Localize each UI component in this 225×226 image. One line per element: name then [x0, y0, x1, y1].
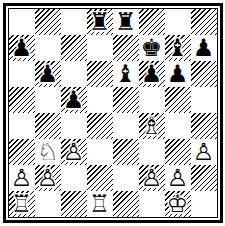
square-b5[interactable]: [35, 87, 61, 113]
black-pawn-icon: ♟: [35, 61, 61, 87]
square-d7[interactable]: [87, 35, 113, 61]
square-e4[interactable]: [113, 113, 139, 139]
square-d2[interactable]: [87, 165, 113, 191]
square-b1[interactable]: [35, 191, 61, 217]
piece-black-king-f7[interactable]: ♚♚: [139, 35, 165, 61]
square-b4[interactable]: [35, 113, 61, 139]
white-pawn-icon: ♙: [61, 139, 87, 165]
square-g7[interactable]: ♝♝: [165, 35, 191, 61]
black-pawn-icon: ♟: [139, 61, 165, 87]
square-c8[interactable]: [61, 9, 87, 35]
square-f5[interactable]: [139, 87, 165, 113]
piece-white-rook-a1[interactable]: ♜♖: [9, 191, 35, 217]
square-h3[interactable]: ♟♙: [191, 139, 217, 165]
square-g8[interactable]: [165, 9, 191, 35]
black-bishop-icon: ♝: [113, 61, 139, 87]
square-h7[interactable]: ♟♟: [191, 35, 217, 61]
white-pawn-icon: ♙: [139, 165, 165, 191]
piece-black-pawn-f6[interactable]: ♟♟: [139, 61, 165, 87]
square-e6[interactable]: ♝♝: [113, 61, 139, 87]
square-a8[interactable]: [9, 9, 35, 35]
square-d8[interactable]: ♜♜: [87, 9, 113, 35]
white-bishop-icon: ♗: [139, 113, 165, 139]
square-d6[interactable]: [87, 61, 113, 87]
piece-white-knight-b3[interactable]: ♞♘: [35, 139, 61, 165]
square-g1[interactable]: ♚♔: [165, 191, 191, 217]
square-b6[interactable]: ♟♟: [35, 61, 61, 87]
black-rook-icon: ♜: [113, 9, 139, 35]
square-h4[interactable]: [191, 113, 217, 139]
square-a6[interactable]: [9, 61, 35, 87]
black-pawn-icon: ♟: [61, 87, 87, 113]
piece-black-rook-d8[interactable]: ♜♜: [87, 9, 113, 35]
white-knight-icon: ♘: [35, 139, 61, 165]
square-h8[interactable]: [191, 9, 217, 35]
black-bishop-icon: ♝: [165, 35, 191, 61]
square-f2[interactable]: ♟♙: [139, 165, 165, 191]
square-a5[interactable]: [9, 87, 35, 113]
piece-black-bishop-e6[interactable]: ♝♝: [113, 61, 139, 87]
square-e3[interactable]: [113, 139, 139, 165]
square-b2[interactable]: ♟♙: [35, 165, 61, 191]
square-c1[interactable]: [61, 191, 87, 217]
piece-white-pawn-f2[interactable]: ♟♙: [139, 165, 165, 191]
board-frame-outer: ♜♜♜♜♟♟♚♚♝♝♟♟♟♟♝♝♟♟♟♟♟♟♝♗♞♘♟♙♟♙♟♙♟♙♟♙♟♙♜♖…: [3, 3, 223, 223]
square-f1[interactable]: [139, 191, 165, 217]
square-a2[interactable]: ♟♙: [9, 165, 35, 191]
black-pawn-icon: ♟: [165, 61, 191, 87]
square-h6[interactable]: [191, 61, 217, 87]
square-b7[interactable]: [35, 35, 61, 61]
square-a4[interactable]: [9, 113, 35, 139]
square-c7[interactable]: [61, 35, 87, 61]
piece-black-pawn-a7[interactable]: ♟♟: [9, 35, 35, 61]
white-rook-icon: ♖: [9, 191, 35, 217]
piece-black-bishop-g7[interactable]: ♝♝: [165, 35, 191, 61]
chess-board: ♜♜♜♜♟♟♚♚♝♝♟♟♟♟♝♝♟♟♟♟♟♟♝♗♞♘♟♙♟♙♟♙♟♙♟♙♟♙♜♖…: [9, 9, 217, 217]
square-d5[interactable]: [87, 87, 113, 113]
square-h1[interactable]: [191, 191, 217, 217]
square-f4[interactable]: ♝♗: [139, 113, 165, 139]
square-f7[interactable]: ♚♚: [139, 35, 165, 61]
square-b3[interactable]: ♞♘: [35, 139, 61, 165]
square-e7[interactable]: [113, 35, 139, 61]
square-a7[interactable]: ♟♟: [9, 35, 35, 61]
square-d3[interactable]: [87, 139, 113, 165]
square-d4[interactable]: [87, 113, 113, 139]
square-f8[interactable]: [139, 9, 165, 35]
piece-black-pawn-g6[interactable]: ♟♟: [165, 61, 191, 87]
square-g4[interactable]: [165, 113, 191, 139]
board-frame-inner: ♜♜♜♜♟♟♚♚♝♝♟♟♟♟♝♝♟♟♟♟♟♟♝♗♞♘♟♙♟♙♟♙♟♙♟♙♟♙♜♖…: [8, 8, 218, 218]
square-a3[interactable]: [9, 139, 35, 165]
piece-white-pawn-g2[interactable]: ♟♙: [165, 165, 191, 191]
square-c3[interactable]: ♟♙: [61, 139, 87, 165]
piece-white-pawn-b2[interactable]: ♟♙: [35, 165, 61, 191]
square-c4[interactable]: [61, 113, 87, 139]
black-pawn-icon: ♟: [191, 35, 217, 61]
square-a1[interactable]: ♜♖: [9, 191, 35, 217]
square-c2[interactable]: [61, 165, 87, 191]
piece-white-pawn-h3[interactable]: ♟♙: [191, 139, 217, 165]
square-c6[interactable]: [61, 61, 87, 87]
piece-white-king-g1[interactable]: ♚♔: [165, 191, 191, 217]
square-f6[interactable]: ♟♟: [139, 61, 165, 87]
square-e5[interactable]: [113, 87, 139, 113]
piece-white-pawn-c3[interactable]: ♟♙: [61, 139, 87, 165]
white-king-icon: ♔: [165, 191, 191, 217]
square-e1[interactable]: [113, 191, 139, 217]
square-e8[interactable]: ♜♜: [113, 9, 139, 35]
piece-black-pawn-b6[interactable]: ♟♟: [35, 61, 61, 87]
square-d1[interactable]: ♜♖: [87, 191, 113, 217]
white-pawn-icon: ♙: [35, 165, 61, 191]
square-h2[interactable]: [191, 165, 217, 191]
square-e2[interactable]: [113, 165, 139, 191]
piece-white-bishop-f4[interactable]: ♝♗: [139, 113, 165, 139]
white-rook-icon: ♖: [87, 191, 113, 217]
white-pawn-icon: ♙: [9, 165, 35, 191]
square-g6[interactable]: ♟♟: [165, 61, 191, 87]
square-g5[interactable]: [165, 87, 191, 113]
piece-white-rook-d1[interactable]: ♜♖: [87, 191, 113, 217]
black-king-icon: ♚: [139, 35, 165, 61]
chess-diagram: ♜♜♜♜♟♟♚♚♝♝♟♟♟♟♝♝♟♟♟♟♟♟♝♗♞♘♟♙♟♙♟♙♟♙♟♙♟♙♜♖…: [0, 0, 225, 226]
square-f3[interactable]: [139, 139, 165, 165]
square-g3[interactable]: [165, 139, 191, 165]
square-h5[interactable]: [191, 87, 217, 113]
piece-black-pawn-c5[interactable]: ♟♟: [61, 87, 87, 113]
square-g2[interactable]: ♟♙: [165, 165, 191, 191]
square-b8[interactable]: [35, 9, 61, 35]
square-c5[interactable]: ♟♟: [61, 87, 87, 113]
white-pawn-icon: ♙: [191, 139, 217, 165]
black-rook-icon: ♜: [87, 9, 113, 35]
piece-black-rook-e8[interactable]: ♜♜: [113, 9, 139, 35]
piece-white-pawn-a2[interactable]: ♟♙: [9, 165, 35, 191]
piece-black-pawn-h7[interactable]: ♟♟: [191, 35, 217, 61]
white-pawn-icon: ♙: [165, 165, 191, 191]
black-pawn-icon: ♟: [9, 35, 35, 61]
